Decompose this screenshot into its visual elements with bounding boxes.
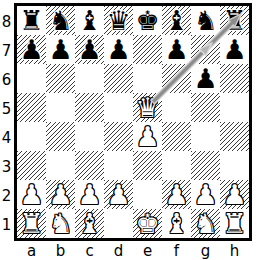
square-d8[interactable]: ♛ xyxy=(104,6,133,35)
square-c5[interactable] xyxy=(75,93,104,122)
square-h2[interactable]: ♟ xyxy=(220,180,249,209)
file-label-b: b xyxy=(46,241,75,260)
chess-diagram: 87654321 ♜♞♝♛♚♝♞♜♟♟♟♟♟♟♟♛♟♟♟♟♟♟♟♟♜♞♝♚♝♞♜… xyxy=(0,0,260,260)
square-g2[interactable]: ♟ xyxy=(191,180,220,209)
square-b8[interactable]: ♞ xyxy=(46,6,75,35)
black-knight: ♞ xyxy=(193,6,217,35)
square-f7[interactable]: ♟ xyxy=(162,35,191,64)
white-pawn: ♟ xyxy=(48,180,72,209)
square-h8[interactable]: ♜ xyxy=(220,6,249,35)
square-f5[interactable] xyxy=(162,93,191,122)
square-b1[interactable]: ♞ xyxy=(46,209,75,238)
square-b5[interactable] xyxy=(46,93,75,122)
square-f4[interactable] xyxy=(162,122,191,151)
white-pawn: ♟ xyxy=(135,122,159,151)
square-a2[interactable]: ♟ xyxy=(17,180,46,209)
square-h5[interactable] xyxy=(220,93,249,122)
square-d6[interactable] xyxy=(104,64,133,93)
square-h3[interactable] xyxy=(220,151,249,180)
square-b6[interactable] xyxy=(46,64,75,93)
file-label-d: d xyxy=(104,241,133,260)
square-e1[interactable]: ♚ xyxy=(133,209,162,238)
square-a5[interactable] xyxy=(17,93,46,122)
square-d3[interactable] xyxy=(104,151,133,180)
square-a7[interactable]: ♟ xyxy=(17,35,46,64)
black-knight: ♞ xyxy=(48,6,72,35)
square-g7[interactable] xyxy=(191,35,220,64)
square-h6[interactable] xyxy=(220,64,249,93)
square-e8[interactable]: ♚ xyxy=(133,6,162,35)
black-pawn: ♟ xyxy=(48,35,72,64)
white-knight: ♞ xyxy=(48,209,72,238)
file-labels: abcdefgh xyxy=(17,241,249,260)
rank-label-3: 3 xyxy=(0,152,13,181)
rank-label-2: 2 xyxy=(0,181,13,210)
square-c1[interactable]: ♝ xyxy=(75,209,104,238)
square-a3[interactable] xyxy=(17,151,46,180)
square-g8[interactable]: ♞ xyxy=(191,6,220,35)
rank-label-4: 4 xyxy=(0,123,13,152)
rank-label-6: 6 xyxy=(0,65,13,94)
rank-label-7: 7 xyxy=(0,36,13,65)
white-king: ♚ xyxy=(135,209,159,238)
black-pawn: ♟ xyxy=(164,35,188,64)
file-label-h: h xyxy=(220,241,249,260)
square-a6[interactable] xyxy=(17,64,46,93)
square-f3[interactable] xyxy=(162,151,191,180)
square-e4[interactable]: ♟ xyxy=(133,122,162,151)
rank-label-1: 1 xyxy=(0,210,13,239)
black-rook: ♜ xyxy=(19,6,43,35)
square-a8[interactable]: ♜ xyxy=(17,6,46,35)
square-d2[interactable]: ♟ xyxy=(104,180,133,209)
square-a4[interactable] xyxy=(17,122,46,151)
square-g3[interactable] xyxy=(191,151,220,180)
black-king: ♚ xyxy=(135,6,159,35)
black-queen: ♛ xyxy=(106,6,130,35)
white-pawn: ♟ xyxy=(164,180,188,209)
square-e5[interactable]: ♛ xyxy=(133,93,162,122)
white-queen: ♛ xyxy=(135,93,159,122)
white-rook: ♜ xyxy=(19,209,43,238)
square-c3[interactable] xyxy=(75,151,104,180)
square-a1[interactable]: ♜ xyxy=(17,209,46,238)
rank-label-8: 8 xyxy=(0,7,13,36)
white-pawn: ♟ xyxy=(193,180,217,209)
white-bishop: ♝ xyxy=(164,209,188,238)
square-g5[interactable] xyxy=(191,93,220,122)
square-e2[interactable] xyxy=(133,180,162,209)
square-b2[interactable]: ♟ xyxy=(46,180,75,209)
square-b7[interactable]: ♟ xyxy=(46,35,75,64)
square-c7[interactable]: ♟ xyxy=(75,35,104,64)
white-pawn: ♟ xyxy=(106,180,130,209)
square-c4[interactable] xyxy=(75,122,104,151)
rank-label-5: 5 xyxy=(0,94,13,123)
file-label-c: c xyxy=(75,241,104,260)
black-rook: ♜ xyxy=(222,6,246,35)
square-c6[interactable] xyxy=(75,64,104,93)
square-h4[interactable] xyxy=(220,122,249,151)
square-f6[interactable] xyxy=(162,64,191,93)
white-pawn: ♟ xyxy=(19,180,43,209)
white-knight: ♞ xyxy=(193,209,217,238)
rank-labels: 87654321 xyxy=(0,7,13,239)
white-rook: ♜ xyxy=(222,209,246,238)
square-c8[interactable]: ♝ xyxy=(75,6,104,35)
white-pawn: ♟ xyxy=(77,180,101,209)
square-e6[interactable] xyxy=(133,64,162,93)
file-label-f: f xyxy=(162,241,191,260)
square-f2[interactable]: ♟ xyxy=(162,180,191,209)
white-bishop: ♝ xyxy=(77,209,101,238)
black-pawn: ♟ xyxy=(19,35,43,64)
black-pawn: ♟ xyxy=(193,64,217,93)
square-e7[interactable] xyxy=(133,35,162,64)
square-d5[interactable] xyxy=(104,93,133,122)
square-g1[interactable]: ♞ xyxy=(191,209,220,238)
square-g6[interactable]: ♟ xyxy=(191,64,220,93)
square-d7[interactable]: ♟ xyxy=(104,35,133,64)
square-h7[interactable]: ♟ xyxy=(220,35,249,64)
square-h1[interactable]: ♜ xyxy=(220,209,249,238)
file-label-e: e xyxy=(133,241,162,260)
square-g4[interactable] xyxy=(191,122,220,151)
chess-board: ♜♞♝♛♚♝♞♜♟♟♟♟♟♟♟♛♟♟♟♟♟♟♟♟♜♞♝♚♝♞♜ xyxy=(14,3,252,241)
square-f8[interactable]: ♝ xyxy=(162,6,191,35)
square-c2[interactable]: ♟ xyxy=(75,180,104,209)
black-pawn: ♟ xyxy=(106,35,130,64)
black-pawn: ♟ xyxy=(77,35,101,64)
black-pawn: ♟ xyxy=(222,35,246,64)
black-bishop: ♝ xyxy=(164,6,188,35)
file-label-g: g xyxy=(191,241,220,260)
square-f1[interactable]: ♝ xyxy=(162,209,191,238)
square-d1[interactable] xyxy=(104,209,133,238)
white-pawn: ♟ xyxy=(222,180,246,209)
black-bishop: ♝ xyxy=(77,6,101,35)
file-label-a: a xyxy=(17,241,46,260)
square-e3[interactable] xyxy=(133,151,162,180)
square-b3[interactable] xyxy=(46,151,75,180)
square-b4[interactable] xyxy=(46,122,75,151)
square-d4[interactable] xyxy=(104,122,133,151)
